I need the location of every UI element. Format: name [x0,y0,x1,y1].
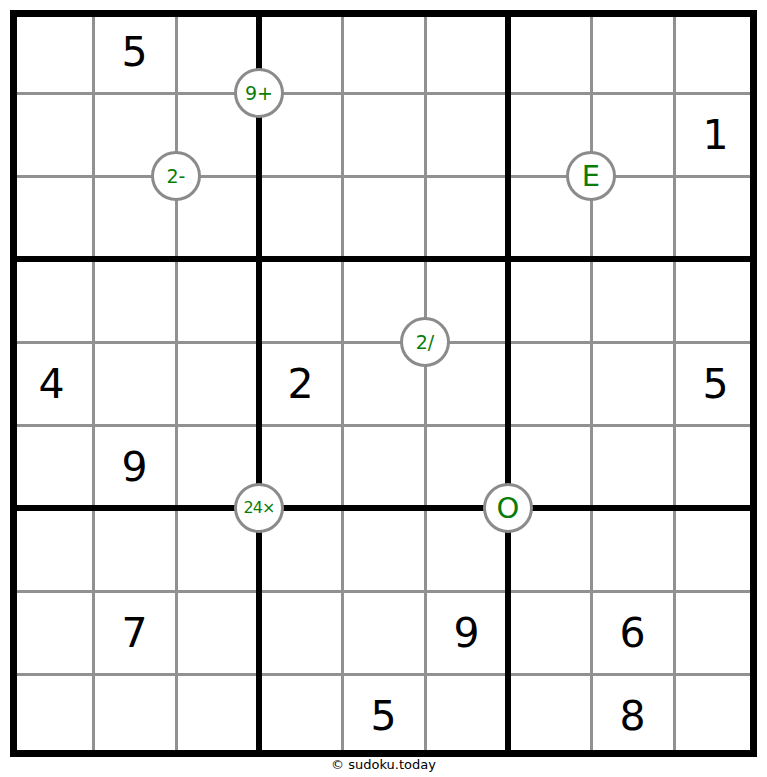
sudoku-board: 514259796589+2-E2/24×O [10,10,757,757]
cell-r7c9[interactable] [674,508,757,591]
cell-r1c1[interactable] [10,10,93,93]
cell-r8c1[interactable] [10,591,93,674]
cell-r5c7[interactable] [508,342,591,425]
cell-r3c1[interactable] [10,176,93,259]
cell-r4c7[interactable] [508,259,591,342]
cell-r9c8[interactable]: 8 [591,674,674,757]
cell-r7c1[interactable] [10,508,93,591]
cell-r6c5[interactable] [342,425,425,508]
cell-r9c7[interactable] [508,674,591,757]
cell-r8c3[interactable] [176,591,259,674]
cell-r7c2[interactable] [93,508,176,591]
cell-r8c8[interactable]: 6 [591,591,674,674]
cell-r4c4[interactable] [259,259,342,342]
mathrax-circle-4: 2/ [400,317,450,367]
cell-r3c4[interactable] [259,176,342,259]
copyright-text: © sudoku.today [0,756,767,776]
cell-r7c5[interactable] [342,508,425,591]
cell-r4c1[interactable] [10,259,93,342]
puzzle-page: 514259796589+2-E2/24×O © sudoku.today [0,0,767,777]
cell-r2c5[interactable] [342,93,425,176]
cell-r5c9[interactable]: 5 [674,342,757,425]
cell-r6c2[interactable]: 9 [93,425,176,508]
cell-r1c6[interactable] [425,10,508,93]
cell-r4c3[interactable] [176,259,259,342]
cell-r1c2[interactable]: 5 [93,10,176,93]
cell-r9c4[interactable] [259,674,342,757]
cell-r1c9[interactable] [674,10,757,93]
cell-r8c6[interactable]: 9 [425,591,508,674]
cell-r8c7[interactable] [508,591,591,674]
mathrax-circle-6: O [483,483,533,533]
cell-r8c2[interactable]: 7 [93,591,176,674]
cell-r9c2[interactable] [93,674,176,757]
cell-r5c4[interactable]: 2 [259,342,342,425]
cell-r5c8[interactable] [591,342,674,425]
mathrax-circle-1: 9+ [234,68,284,118]
cell-r2c6[interactable] [425,93,508,176]
mathrax-circle-2: 2- [151,151,201,201]
cell-r4c8[interactable] [591,259,674,342]
cell-r4c2[interactable] [93,259,176,342]
cell-r1c7[interactable] [508,10,591,93]
cell-r2c1[interactable] [10,93,93,176]
cell-r5c3[interactable] [176,342,259,425]
cell-r8c9[interactable] [674,591,757,674]
cell-r1c5[interactable] [342,10,425,93]
cell-r4c9[interactable] [674,259,757,342]
cell-r9c5[interactable]: 5 [342,674,425,757]
cell-r6c9[interactable] [674,425,757,508]
cell-r9c9[interactable] [674,674,757,757]
cell-r8c5[interactable] [342,591,425,674]
cell-r6c1[interactable] [10,425,93,508]
mathrax-circle-3: E [566,151,616,201]
mathrax-circle-5: 24× [234,483,284,533]
cell-r8c4[interactable] [259,591,342,674]
cell-r3c6[interactable] [425,176,508,259]
cell-r3c9[interactable] [674,176,757,259]
cell-r9c6[interactable] [425,674,508,757]
cell-r1c8[interactable] [591,10,674,93]
cell-r5c1[interactable]: 4 [10,342,93,425]
cell-r3c5[interactable] [342,176,425,259]
cell-r7c8[interactable] [591,508,674,591]
cell-r6c8[interactable] [591,425,674,508]
cell-r2c9[interactable]: 1 [674,93,757,176]
cell-r5c2[interactable] [93,342,176,425]
cell-r9c3[interactable] [176,674,259,757]
cell-r9c1[interactable] [10,674,93,757]
